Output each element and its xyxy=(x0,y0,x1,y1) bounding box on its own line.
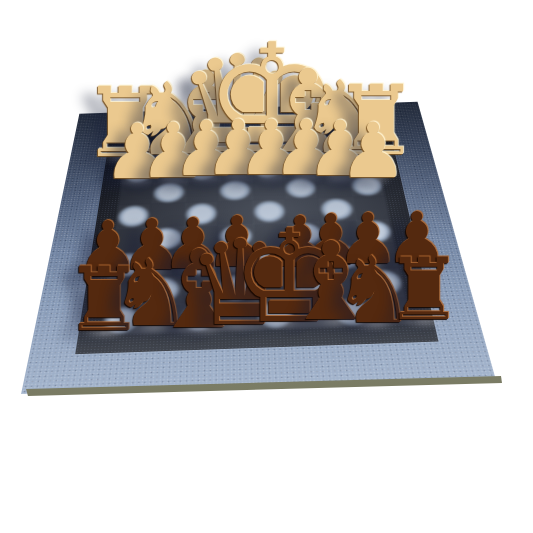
dark-rook[interactable]: ♜ xyxy=(385,246,462,332)
light-pawn[interactable]: ♟ xyxy=(339,113,407,189)
pieces-layer: ♜♞♝♛♚♝♞♜♟♟♟♟♟♟♟♟♟♟♟♟♟♟♟♟♜♞♝♛♚♝♞♜ xyxy=(0,0,533,533)
photo-stage: ♜♞♝♛♚♝♞♜♟♟♟♟♟♟♟♟♟♟♟♟♟♟♟♟♜♞♝♛♚♝♞♜ xyxy=(0,0,533,533)
